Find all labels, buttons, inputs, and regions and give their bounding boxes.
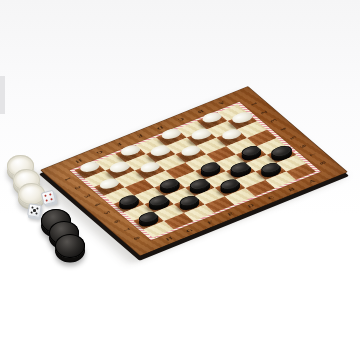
board-face: HH11GG22FF33EE44DD55CC66BB77AA88 [40, 86, 348, 256]
product-photo-checkers-set: HH11GG22FF33EE44DD55CC66BB77AA88 [0, 0, 360, 360]
die-1[interactable] [40, 189, 56, 205]
die-2[interactable] [26, 202, 41, 217]
black-spare-piece-3[interactable] [55, 234, 85, 258]
checkers-board: HH11GG22FF33EE44DD55CC66BB77AA88 [40, 86, 348, 256]
die-pip [45, 198, 48, 201]
die-pip [48, 193, 51, 196]
backdrop-edge [0, 76, 5, 114]
board-grid [74, 104, 315, 237]
die-pip [44, 194, 47, 197]
die-pip [33, 209, 36, 212]
die-pip [49, 197, 52, 200]
